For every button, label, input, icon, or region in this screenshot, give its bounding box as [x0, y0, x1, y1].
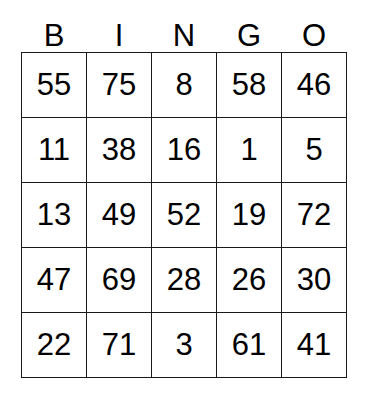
bingo-cell-r1c1[interactable]: 55: [22, 53, 86, 117]
bingo-cell-r3c3[interactable]: 52: [152, 183, 216, 247]
bingo-cell-r2c5[interactable]: 5: [282, 118, 346, 182]
bingo-cell-r3c4[interactable]: 19: [217, 183, 281, 247]
bingo-cell-r2c3[interactable]: 16: [152, 118, 216, 182]
bingo-cell-r1c5[interactable]: 46: [282, 53, 346, 117]
bingo-cell-r5c5[interactable]: 41: [282, 313, 346, 377]
bingo-column-letter-N: N: [152, 20, 216, 52]
bingo-grid: 5575858461138161513495219724769282630227…: [21, 52, 347, 378]
bingo-cell-r1c2[interactable]: 75: [87, 53, 151, 117]
bingo-cell-r5c2[interactable]: 71: [87, 313, 151, 377]
bingo-column-letter-B: B: [22, 20, 86, 52]
bingo-cell-r4c1[interactable]: 47: [22, 248, 86, 312]
bingo-cell-r1c3[interactable]: 8: [152, 53, 216, 117]
bingo-cell-r5c3[interactable]: 3: [152, 313, 216, 377]
bingo-cell-r4c2[interactable]: 69: [87, 248, 151, 312]
bingo-cell-r4c5[interactable]: 30: [282, 248, 346, 312]
bingo-cell-r1c4[interactable]: 58: [217, 53, 281, 117]
bingo-cell-r4c3[interactable]: 28: [152, 248, 216, 312]
bingo-cell-r3c2[interactable]: 49: [87, 183, 151, 247]
bingo-cell-r2c2[interactable]: 38: [87, 118, 151, 182]
bingo-cell-r2c1[interactable]: 11: [22, 118, 86, 182]
bingo-header-row: BINGO: [21, 20, 347, 52]
bingo-card: BINGO 5575858461138161513495219724769282…: [21, 20, 347, 378]
bingo-column-letter-G: G: [217, 20, 281, 52]
bingo-cell-r5c1[interactable]: 22: [22, 313, 86, 377]
bingo-cell-r4c4[interactable]: 26: [217, 248, 281, 312]
bingo-cell-r3c5[interactable]: 72: [282, 183, 346, 247]
bingo-cell-r2c4[interactable]: 1: [217, 118, 281, 182]
bingo-cell-r5c4[interactable]: 61: [217, 313, 281, 377]
bingo-column-letter-I: I: [87, 20, 151, 52]
bingo-column-letter-O: O: [282, 20, 346, 52]
bingo-cell-r3c1[interactable]: 13: [22, 183, 86, 247]
